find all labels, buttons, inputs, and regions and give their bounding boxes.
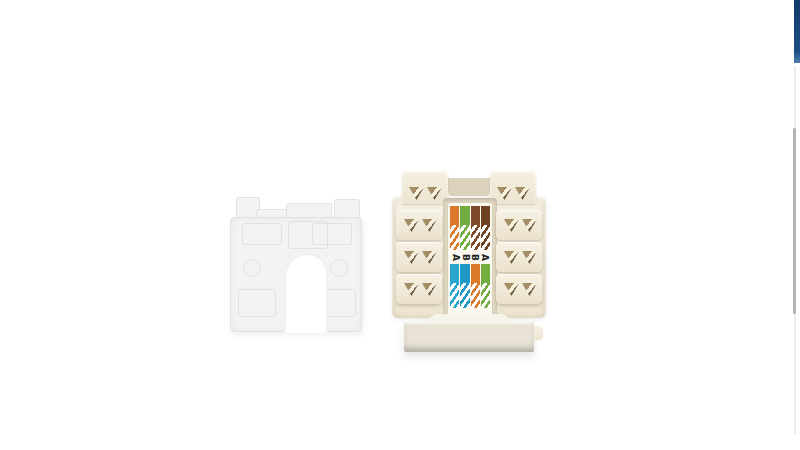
jack-top-channel [448, 178, 490, 198]
wiring-label: A B B A [448, 203, 492, 317]
idc-contact [422, 251, 437, 264]
color-cell-striped [481, 225, 490, 250]
color-cell-solid [450, 206, 459, 225]
idc-slot [496, 242, 542, 272]
color-cell-striped [460, 283, 469, 308]
color-cell-striped [471, 283, 480, 308]
color-cell-striped [471, 225, 480, 250]
color-cell-solid [481, 206, 490, 225]
idc-contact [504, 219, 519, 232]
color-cell-striped [460, 225, 469, 250]
color-cell-striped [481, 283, 490, 308]
cap-mold-detail [288, 221, 328, 249]
wiring-letter: A [451, 254, 460, 261]
idc-contact [422, 219, 437, 232]
color-column [450, 206, 459, 250]
color-cell-solid [471, 264, 480, 283]
cap-mold-detail [242, 223, 282, 245]
jack-tower-top-left [402, 170, 448, 204]
color-column [481, 264, 490, 308]
idc-slot [496, 210, 542, 240]
keystone-jack: A B B A [390, 170, 548, 354]
idc-slot [396, 210, 442, 240]
idc-slot [496, 274, 542, 304]
idc-contact [504, 251, 519, 264]
idc-slot [396, 242, 442, 272]
color-cell-solid [450, 264, 459, 283]
punch-down-cap [230, 197, 362, 332]
scrollbar-thumb[interactable] [793, 128, 796, 314]
wiring-letter: B [470, 254, 479, 261]
color-column [481, 206, 490, 250]
wiring-letter: A [480, 254, 489, 261]
cap-mold-detail [238, 289, 276, 317]
idc-contact [504, 283, 519, 296]
idc-contact [522, 251, 537, 264]
idc-contact [515, 187, 530, 200]
color-column [450, 264, 459, 308]
color-cell-solid [481, 264, 490, 283]
idc-contact [404, 283, 419, 296]
color-cell-striped [450, 283, 459, 308]
color-column [460, 206, 469, 250]
color-column [471, 264, 480, 308]
idc-contact [427, 187, 442, 200]
idc-contact [522, 283, 537, 296]
color-column [471, 206, 480, 250]
idc-contact [409, 187, 424, 200]
jack-tower-top-right [490, 170, 536, 204]
idc-contact [497, 187, 512, 200]
cap-mold-circle-right [330, 259, 348, 277]
color-cell-striped [450, 225, 459, 250]
wiring-label-top-block [450, 206, 490, 250]
color-cell-solid [460, 206, 469, 225]
wiring-label-bottom-block [450, 264, 490, 308]
color-cell-solid [471, 206, 480, 225]
product-photo-canvas: A B B A [0, 0, 800, 450]
idc-contact [522, 219, 537, 232]
wiring-label-letters: A B B A [450, 250, 490, 264]
edge-accent-bar [794, 0, 800, 63]
idc-contact [422, 283, 437, 296]
color-column [460, 264, 469, 308]
idc-contact [404, 251, 419, 264]
cap-mold-circle-left [243, 259, 261, 277]
jack-base [404, 322, 534, 352]
wiring-letter: B [461, 254, 470, 261]
idc-contact [404, 219, 419, 232]
cap-arch-cutout [284, 253, 328, 333]
color-cell-solid [460, 264, 469, 283]
jack-side-tab [534, 326, 543, 340]
idc-slot [396, 274, 442, 304]
